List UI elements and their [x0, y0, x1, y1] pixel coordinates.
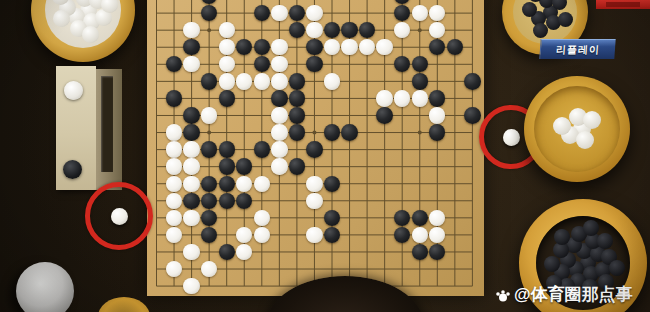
- white-stone: [271, 56, 287, 72]
- black-stone: [412, 210, 428, 226]
- white-stone: [394, 90, 410, 106]
- white-stone: [166, 176, 182, 192]
- white-tray-stone: [553, 117, 571, 135]
- white-stone: [429, 107, 445, 123]
- white-tray-stone: [53, 10, 70, 27]
- white-stone: [412, 90, 428, 106]
- white-stone: [166, 141, 182, 157]
- white-stone: [183, 176, 199, 192]
- black-stone: [219, 176, 235, 192]
- black-stone: [183, 39, 199, 55]
- stand-white-stone: [64, 81, 83, 100]
- white-stone: [254, 176, 270, 192]
- stone-stand-slot: [101, 76, 113, 172]
- star-point: [312, 131, 316, 135]
- bowl-edge-fragment: [98, 297, 150, 312]
- white-stone: [166, 193, 182, 209]
- white-stone: [271, 158, 287, 174]
- white-stone: [306, 193, 322, 209]
- star-point: [418, 28, 422, 32]
- white-stone: [376, 90, 392, 106]
- go-broadcast-frame: 리플레이 @体育圈那点事: [0, 0, 650, 312]
- black-stone: [219, 244, 235, 260]
- black-stone: [429, 90, 445, 106]
- white-stone: [306, 227, 322, 243]
- white-stone: [271, 39, 287, 55]
- white-stone: [254, 227, 270, 243]
- black-stone: [376, 107, 392, 123]
- white-stone: [219, 73, 235, 89]
- black-stone: [324, 210, 340, 226]
- tea-cup: [16, 262, 74, 312]
- white-stone: [166, 124, 182, 140]
- white-stone: [412, 5, 428, 21]
- white-stone: [412, 227, 428, 243]
- white-tray-stone: [82, 26, 99, 43]
- highlighted-white-stone-left: [111, 208, 128, 225]
- star-point: [418, 131, 422, 135]
- white-stone: [254, 210, 270, 226]
- black-stone: [166, 90, 182, 106]
- black-stone: [412, 244, 428, 260]
- black-stone: [429, 124, 445, 140]
- black-stone: [289, 158, 305, 174]
- black-stone: [324, 176, 340, 192]
- white-stone: [324, 73, 340, 89]
- white-stone: [183, 210, 199, 226]
- paw-icon: [495, 287, 511, 303]
- live-banner-fragment: [596, 0, 650, 9]
- black-stone: [219, 141, 235, 157]
- white-stone: [306, 176, 322, 192]
- white-stone: [271, 107, 287, 123]
- white-tray-stone: [101, 0, 118, 13]
- white-stone-bowl-lid: [31, 0, 135, 62]
- white-stone-lid-right: [524, 76, 630, 182]
- black-stone: [289, 73, 305, 89]
- black-stone: [464, 107, 480, 123]
- white-stone: [166, 158, 182, 174]
- black-stone: [271, 90, 287, 106]
- white-stone: [271, 141, 287, 157]
- black-tray-stone: [597, 233, 613, 249]
- black-stone: [183, 107, 199, 123]
- black-tray-stone: [609, 260, 625, 276]
- black-stone: [201, 176, 217, 192]
- black-stone: [219, 158, 235, 174]
- black-stone: [306, 141, 322, 157]
- white-stone: [271, 73, 287, 89]
- black-stone: [341, 124, 357, 140]
- white-stone: [183, 158, 199, 174]
- star-point: [207, 131, 211, 135]
- black-stone: [219, 90, 235, 106]
- black-stone: [412, 73, 428, 89]
- go-board: [147, 0, 484, 296]
- white-stone: [271, 5, 287, 21]
- black-tray-stone: [583, 220, 599, 236]
- highlighted-white-stone-right: [503, 129, 520, 146]
- black-stone: [306, 39, 322, 55]
- white-stone: [183, 22, 199, 38]
- replay-badge: 리플레이: [539, 39, 615, 59]
- white-tray-stone: [583, 111, 601, 129]
- black-stone: [464, 73, 480, 89]
- white-stone: [183, 278, 199, 294]
- black-stone: [219, 193, 235, 209]
- white-stone: [271, 124, 287, 140]
- white-stone: [341, 39, 357, 55]
- watermark: @体育圈那点事: [495, 283, 633, 306]
- white-stone: [306, 5, 322, 21]
- black-stone: [201, 73, 217, 89]
- black-stone: [289, 124, 305, 140]
- white-stone: [236, 73, 252, 89]
- black-stone: [324, 124, 340, 140]
- stand-black-stone: [63, 160, 82, 179]
- black-stone: [306, 56, 322, 72]
- white-tray-stone: [576, 131, 594, 149]
- white-stone: [183, 141, 199, 157]
- black-stone: [201, 141, 217, 157]
- white-stone: [254, 73, 270, 89]
- black-stone: [183, 124, 199, 140]
- black-tray-stone: [558, 12, 573, 27]
- black-stone: [254, 141, 270, 157]
- white-stone: [183, 244, 199, 260]
- black-stone: [289, 90, 305, 106]
- white-stone: [306, 22, 322, 38]
- white-stone: [201, 107, 217, 123]
- black-stone: [289, 107, 305, 123]
- black-stone: [183, 193, 199, 209]
- watermark-text: @体育圈那点事: [514, 283, 633, 306]
- black-stone: [341, 22, 357, 38]
- star-point: [207, 28, 211, 32]
- black-tray-stone: [533, 23, 548, 38]
- black-tray-stone: [522, 2, 537, 17]
